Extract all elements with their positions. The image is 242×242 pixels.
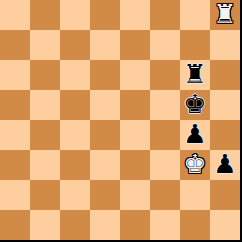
square-f3[interactable] [150, 150, 180, 180]
black-king-g5[interactable]: ♚︎ [183, 90, 206, 119]
square-c2[interactable] [60, 180, 90, 210]
square-e6[interactable] [120, 60, 150, 90]
black-pawn-g4[interactable]: ♟︎ [183, 120, 206, 149]
square-e7[interactable] [120, 30, 150, 60]
square-b8[interactable] [30, 0, 60, 30]
square-e4[interactable] [120, 120, 150, 150]
square-d6[interactable] [90, 60, 120, 90]
square-b1[interactable] [30, 210, 60, 240]
square-a3[interactable] [0, 150, 30, 180]
square-e3[interactable] [120, 150, 150, 180]
square-c1[interactable] [60, 210, 90, 240]
square-b7[interactable] [30, 30, 60, 60]
square-e8[interactable] [120, 0, 150, 30]
square-a5[interactable] [0, 90, 30, 120]
square-h6[interactable] [210, 60, 240, 90]
square-c4[interactable] [60, 120, 90, 150]
square-a6[interactable] [0, 60, 30, 90]
square-a8[interactable] [0, 0, 30, 30]
square-b6[interactable] [30, 60, 60, 90]
square-d1[interactable] [90, 210, 120, 240]
square-h2[interactable] [210, 180, 240, 210]
square-d5[interactable] [90, 90, 120, 120]
square-g5[interactable]: ♚︎ [180, 90, 210, 120]
square-c3[interactable] [60, 150, 90, 180]
square-g4[interactable]: ♟︎ [180, 120, 210, 150]
square-g6[interactable]: ♜︎ [180, 60, 210, 90]
square-b2[interactable] [30, 180, 60, 210]
square-c5[interactable] [60, 90, 90, 120]
square-e5[interactable] [120, 90, 150, 120]
chess-board-frame: ♜︎♜︎♚︎♟︎♚︎♟︎ [0, 0, 242, 242]
square-a7[interactable] [0, 30, 30, 60]
square-f2[interactable] [150, 180, 180, 210]
square-h3[interactable]: ♟︎ [210, 150, 240, 180]
white-rook-h8[interactable]: ♜︎ [213, 0, 236, 29]
square-d4[interactable] [90, 120, 120, 150]
square-f8[interactable] [150, 0, 180, 30]
chess-board: ♜︎♜︎♚︎♟︎♚︎♟︎ [0, 0, 240, 240]
square-g3[interactable]: ♚︎ [180, 150, 210, 180]
square-f1[interactable] [150, 210, 180, 240]
square-g2[interactable] [180, 180, 210, 210]
square-d8[interactable] [90, 0, 120, 30]
white-king-g3[interactable]: ♚︎ [183, 150, 206, 179]
square-c8[interactable] [60, 0, 90, 30]
square-b4[interactable] [30, 120, 60, 150]
square-d2[interactable] [90, 180, 120, 210]
square-e2[interactable] [120, 180, 150, 210]
square-h4[interactable] [210, 120, 240, 150]
square-h1[interactable] [210, 210, 240, 240]
square-a1[interactable] [0, 210, 30, 240]
black-rook-g6[interactable]: ♜︎ [183, 60, 206, 89]
square-c6[interactable] [60, 60, 90, 90]
square-b3[interactable] [30, 150, 60, 180]
square-g7[interactable] [180, 30, 210, 60]
square-c7[interactable] [60, 30, 90, 60]
square-h8[interactable]: ♜︎ [210, 0, 240, 30]
square-f6[interactable] [150, 60, 180, 90]
square-g8[interactable] [180, 0, 210, 30]
square-e1[interactable] [120, 210, 150, 240]
square-b5[interactable] [30, 90, 60, 120]
square-h7[interactable] [210, 30, 240, 60]
square-g1[interactable] [180, 210, 210, 240]
square-f5[interactable] [150, 90, 180, 120]
square-a4[interactable] [0, 120, 30, 150]
square-d7[interactable] [90, 30, 120, 60]
square-f4[interactable] [150, 120, 180, 150]
black-pawn-h3[interactable]: ♟︎ [213, 150, 236, 179]
square-d3[interactable] [90, 150, 120, 180]
square-f7[interactable] [150, 30, 180, 60]
square-a2[interactable] [0, 180, 30, 210]
square-h5[interactable] [210, 90, 240, 120]
